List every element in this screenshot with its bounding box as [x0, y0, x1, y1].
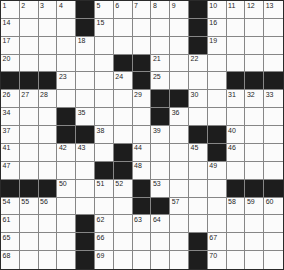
cell-r12c2[interactable]: 55 [20, 198, 39, 216]
cell-r4c2[interactable] [20, 55, 39, 73]
cell-r12c13[interactable]: 58 [227, 198, 246, 216]
cell-r10c9[interactable] [151, 162, 170, 180]
block-r11c1 [1, 180, 20, 198]
block-r5c13 [227, 72, 246, 90]
cell-r9c2[interactable] [20, 144, 39, 162]
block-r4c8 [133, 55, 152, 73]
cell-r15c1[interactable]: 68 [1, 251, 20, 269]
cell-r3c5[interactable]: 18 [76, 37, 95, 55]
cell-r10c10[interactable] [170, 162, 189, 180]
cell-r3c15[interactable] [264, 37, 283, 55]
cell-r6c15[interactable]: 33 [264, 90, 283, 108]
clue-number: 8 [153, 2, 157, 10]
clue-number: 37 [3, 127, 11, 135]
cell-r13c14[interactable] [245, 215, 264, 233]
clue-number: 6 [115, 2, 119, 10]
cell-r10c5[interactable] [76, 162, 95, 180]
cell-r9c9[interactable] [151, 144, 170, 162]
cell-r12c3[interactable]: 56 [39, 198, 58, 216]
clue-number: 29 [134, 91, 142, 99]
cell-r15c4[interactable] [57, 251, 76, 269]
cell-r7c11[interactable] [189, 108, 208, 126]
cell-r8c9[interactable]: 39 [151, 126, 170, 144]
clue-number: 35 [78, 109, 86, 117]
block-r8c12 [208, 126, 227, 144]
block-r1c11 [189, 1, 208, 19]
clue-number: 66 [96, 234, 104, 242]
block-r5c2 [20, 72, 39, 90]
cell-r8c14[interactable] [245, 126, 264, 144]
cell-r5c4[interactable]: 23 [57, 72, 76, 90]
block-r5c3 [39, 72, 58, 90]
cell-r13c1[interactable]: 61 [1, 215, 20, 233]
block-r3c11 [189, 37, 208, 55]
block-r8c11 [189, 126, 208, 144]
cell-r15c6[interactable]: 69 [95, 251, 114, 269]
cell-r3c7[interactable] [114, 37, 133, 55]
cell-r3c8[interactable] [133, 37, 152, 55]
cell-r7c12[interactable] [208, 108, 227, 126]
clue-number: 65 [3, 234, 11, 242]
cell-r9c3[interactable] [39, 144, 58, 162]
cell-r14c10[interactable] [170, 233, 189, 251]
block-r5c8 [133, 72, 152, 90]
cell-r2c2[interactable] [20, 19, 39, 37]
cell-r4c4[interactable] [57, 55, 76, 73]
cell-r14c12[interactable]: 67 [208, 233, 227, 251]
cell-r14c7[interactable] [114, 233, 133, 251]
cell-r11c5[interactable] [76, 180, 95, 198]
cell-r14c8[interactable] [133, 233, 152, 251]
cell-r1c4[interactable]: 4 [57, 1, 76, 19]
clue-number: 45 [190, 144, 198, 152]
block-r13c5 [76, 215, 95, 233]
block-r15c5 [76, 251, 95, 269]
cell-r12c15[interactable]: 60 [264, 198, 283, 216]
clue-number: 21 [153, 55, 161, 63]
clue-number: 52 [115, 180, 123, 188]
clue-number: 13 [266, 2, 274, 10]
block-r8c4 [57, 126, 76, 144]
cell-r6c14[interactable]: 32 [245, 90, 264, 108]
cell-r13c15[interactable] [264, 215, 283, 233]
block-r7c4 [57, 108, 76, 126]
clue-number: 54 [3, 198, 11, 206]
cell-r10c15[interactable] [264, 162, 283, 180]
clue-number: 49 [209, 162, 217, 170]
cell-r13c13[interactable] [227, 215, 246, 233]
cell-r10c12[interactable]: 49 [208, 162, 227, 180]
cell-r5c7[interactable]: 24 [114, 72, 133, 90]
cell-r10c4[interactable] [57, 162, 76, 180]
cell-r12c7[interactable] [114, 198, 133, 216]
clue-number: 58 [228, 198, 236, 206]
cell-r4c5[interactable] [76, 55, 95, 73]
cell-r14c13[interactable] [227, 233, 246, 251]
clue-number: 18 [78, 37, 86, 45]
clue-number: 40 [228, 127, 236, 135]
cell-r9c10[interactable] [170, 144, 189, 162]
cell-r8c3[interactable] [39, 126, 58, 144]
clue-number: 47 [3, 162, 11, 170]
cell-r4c15[interactable] [264, 55, 283, 73]
clue-number: 67 [209, 234, 217, 242]
cell-r6c6[interactable] [95, 90, 114, 108]
cell-r4c9[interactable]: 21 [151, 55, 170, 73]
block-r12c9 [151, 198, 170, 216]
cell-r7c2[interactable] [20, 108, 39, 126]
cell-r10c8[interactable]: 48 [133, 162, 152, 180]
clue-number: 62 [96, 216, 104, 224]
clue-number: 41 [3, 144, 11, 152]
cell-r3c10[interactable] [170, 37, 189, 55]
cell-r14c2[interactable] [20, 233, 39, 251]
cell-r6c3[interactable]: 28 [39, 90, 58, 108]
clue-number: 48 [134, 162, 142, 170]
cell-r14c15[interactable] [264, 233, 283, 251]
cell-r5c12[interactable] [208, 72, 227, 90]
clue-number: 14 [3, 19, 11, 27]
cell-r13c8[interactable]: 63 [133, 215, 152, 233]
cell-r8c7[interactable] [114, 126, 133, 144]
cell-r7c15[interactable] [264, 108, 283, 126]
cell-r6c11[interactable]: 30 [189, 90, 208, 108]
clue-number: 56 [40, 198, 48, 206]
cell-r15c8[interactable] [133, 251, 152, 269]
cell-r5c10[interactable] [170, 72, 189, 90]
cell-r14c1[interactable]: 65 [1, 233, 20, 251]
cell-r9c8[interactable]: 44 [133, 144, 152, 162]
clue-number: 50 [59, 180, 67, 188]
clue-number: 20 [3, 55, 11, 63]
cell-r11c7[interactable]: 52 [114, 180, 133, 198]
cell-r13c7[interactable] [114, 215, 133, 233]
cell-r12c1[interactable]: 54 [1, 198, 20, 216]
clue-number: 46 [228, 144, 236, 152]
block-r11c14 [245, 180, 264, 198]
cell-r7c10[interactable]: 36 [170, 108, 189, 126]
cell-r2c8[interactable] [133, 19, 152, 37]
cell-r6c4[interactable] [57, 90, 76, 108]
cell-r9c5[interactable]: 43 [76, 144, 95, 162]
cell-r2c7[interactable] [114, 19, 133, 37]
cell-r1c7[interactable]: 6 [114, 1, 133, 19]
cell-r11c6[interactable]: 51 [95, 180, 114, 198]
cell-r3c14[interactable] [245, 37, 264, 55]
clue-number: 11 [228, 2, 235, 10]
block-r11c13 [227, 180, 246, 198]
clue-number: 25 [153, 73, 161, 81]
cell-r4c1[interactable]: 20 [1, 55, 20, 73]
cell-r3c6[interactable] [95, 37, 114, 55]
cell-r3c13[interactable] [227, 37, 246, 55]
block-r5c1 [1, 72, 20, 90]
cell-r9c13[interactable]: 46 [227, 144, 246, 162]
cell-r8c1[interactable]: 37 [1, 126, 20, 144]
clue-number: 60 [266, 198, 274, 206]
cell-r1c14[interactable]: 12 [245, 1, 264, 19]
cell-r3c1[interactable]: 17 [1, 37, 20, 55]
cell-r12c11[interactable] [189, 198, 208, 216]
cell-r1c9[interactable]: 8 [151, 1, 170, 19]
cell-r2c9[interactable] [151, 19, 170, 37]
clue-number: 23 [59, 73, 67, 81]
cell-r8c10[interactable] [170, 126, 189, 144]
cell-r13c6[interactable]: 62 [95, 215, 114, 233]
cell-r1c3[interactable]: 3 [39, 1, 58, 19]
cell-r1c8[interactable]: 7 [133, 1, 152, 19]
cell-r3c4[interactable] [57, 37, 76, 55]
cell-r1c15[interactable]: 13 [264, 1, 283, 19]
block-r7c9 [151, 108, 170, 126]
clue-number: 9 [172, 2, 176, 10]
crossword-grid: 1234567891011121314151617181920212223242… [0, 0, 284, 270]
block-r5c15 [264, 72, 283, 90]
cell-r10c11[interactable] [189, 162, 208, 180]
cell-r6c2[interactable]: 27 [20, 90, 39, 108]
clue-number: 39 [153, 127, 161, 135]
cell-r4c11[interactable]: 22 [189, 55, 208, 73]
cell-r13c10[interactable] [170, 215, 189, 233]
block-r6c9 [151, 90, 170, 108]
block-r12c8 [133, 198, 152, 216]
cell-r12c10[interactable]: 57 [170, 198, 189, 216]
cell-r10c3[interactable] [39, 162, 58, 180]
cell-r4c13[interactable] [227, 55, 246, 73]
cell-r7c6[interactable] [95, 108, 114, 126]
cell-r6c5[interactable] [76, 90, 95, 108]
cell-r11c10[interactable] [170, 180, 189, 198]
cell-r12c14[interactable]: 59 [245, 198, 264, 216]
cell-r13c2[interactable] [20, 215, 39, 233]
clue-number: 33 [266, 91, 274, 99]
block-r14c11 [189, 233, 208, 251]
clue-number: 5 [96, 2, 100, 10]
block-r15c11 [189, 251, 208, 269]
cell-r5c5[interactable] [76, 72, 95, 90]
cell-r5c6[interactable] [95, 72, 114, 90]
clue-number: 34 [3, 109, 11, 117]
clue-number: 1 [3, 2, 7, 10]
cell-r1c6[interactable]: 5 [95, 1, 114, 19]
clue-number: 69 [96, 252, 104, 260]
block-r8c5 [76, 126, 95, 144]
cell-r1c1[interactable]: 1 [1, 1, 20, 19]
cell-r11c9[interactable]: 53 [151, 180, 170, 198]
cell-r15c12[interactable]: 70 [208, 251, 227, 269]
cell-r14c9[interactable] [151, 233, 170, 251]
cell-r4c3[interactable] [39, 55, 58, 73]
clue-number: 19 [209, 37, 217, 45]
cell-r8c15[interactable] [264, 126, 283, 144]
cell-r11c11[interactable] [189, 180, 208, 198]
cell-r7c3[interactable] [39, 108, 58, 126]
cell-r2c10[interactable] [170, 19, 189, 37]
cell-r8c2[interactable] [20, 126, 39, 144]
cell-r6c12[interactable] [208, 90, 227, 108]
cell-r14c4[interactable] [57, 233, 76, 251]
cell-r4c10[interactable] [170, 55, 189, 73]
cell-r2c14[interactable] [245, 19, 264, 37]
clue-number: 24 [115, 73, 123, 81]
clue-number: 15 [96, 19, 104, 27]
cell-r8c6[interactable]: 38 [95, 126, 114, 144]
block-r11c3 [39, 180, 58, 198]
cell-r13c12[interactable] [208, 215, 227, 233]
block-r4c7 [114, 55, 133, 73]
cell-r4c14[interactable] [245, 55, 264, 73]
cell-r10c13[interactable] [227, 162, 246, 180]
clue-number: 61 [3, 216, 11, 224]
clue-number: 16 [209, 19, 217, 27]
clue-number: 43 [78, 144, 86, 152]
clue-number: 26 [3, 91, 11, 99]
cell-r3c12[interactable]: 19 [208, 37, 227, 55]
cell-r7c8[interactable] [133, 108, 152, 126]
block-r2c11 [189, 19, 208, 37]
cell-r1c12[interactable]: 10 [208, 1, 227, 19]
cell-r14c3[interactable] [39, 233, 58, 251]
clue-number: 27 [21, 91, 29, 99]
clue-number: 63 [134, 216, 142, 224]
cell-r15c2[interactable] [20, 251, 39, 269]
clue-number: 12 [247, 2, 255, 10]
clue-number: 64 [153, 216, 161, 224]
clue-number: 70 [209, 252, 217, 260]
clue-number: 4 [59, 2, 63, 10]
cell-r13c3[interactable] [39, 215, 58, 233]
cell-r15c10[interactable] [170, 251, 189, 269]
cell-r11c4[interactable]: 50 [57, 180, 76, 198]
cell-r10c1[interactable]: 47 [1, 162, 20, 180]
cell-r3c2[interactable] [20, 37, 39, 55]
clue-number: 30 [190, 91, 198, 99]
cell-r10c2[interactable] [20, 162, 39, 180]
cell-r9c14[interactable] [245, 144, 264, 162]
block-r10c7 [114, 162, 133, 180]
cell-r7c1[interactable]: 34 [1, 108, 20, 126]
clue-number: 3 [40, 2, 44, 10]
cell-r4c6[interactable] [95, 55, 114, 73]
cell-r1c2[interactable]: 2 [20, 1, 39, 19]
cell-r15c14[interactable] [245, 251, 264, 269]
clue-number: 10 [209, 2, 217, 10]
block-r6c10 [170, 90, 189, 108]
cell-r2c13[interactable] [227, 19, 246, 37]
clue-number: 55 [21, 198, 29, 206]
block-r11c2 [20, 180, 39, 198]
block-r14c5 [76, 233, 95, 251]
clue-number: 22 [190, 55, 198, 63]
cell-r12c12[interactable] [208, 198, 227, 216]
cell-r12c6[interactable] [95, 198, 114, 216]
clue-number: 44 [134, 144, 142, 152]
cell-r8c8[interactable] [133, 126, 152, 144]
clue-number: 51 [96, 180, 104, 188]
cell-r12c4[interactable] [57, 198, 76, 216]
block-r11c8 [133, 180, 152, 198]
cell-r15c13[interactable] [227, 251, 246, 269]
cell-r6c1[interactable]: 26 [1, 90, 20, 108]
cell-r6c8[interactable]: 29 [133, 90, 152, 108]
block-r9c12 [208, 144, 227, 162]
cell-r3c9[interactable] [151, 37, 170, 55]
cell-r7c5[interactable]: 35 [76, 108, 95, 126]
cell-r7c7[interactable] [114, 108, 133, 126]
clue-number: 57 [172, 198, 180, 206]
cell-r3c3[interactable] [39, 37, 58, 55]
cell-r2c1[interactable]: 14 [1, 19, 20, 37]
clue-number: 53 [153, 180, 161, 188]
cell-r13c9[interactable]: 64 [151, 215, 170, 233]
cell-r15c15[interactable] [264, 251, 283, 269]
cell-r5c11[interactable] [189, 72, 208, 90]
cell-r15c7[interactable] [114, 251, 133, 269]
clue-number: 36 [172, 109, 180, 117]
cell-r6c13[interactable]: 31 [227, 90, 246, 108]
cell-r15c9[interactable] [151, 251, 170, 269]
cell-r9c4[interactable]: 42 [57, 144, 76, 162]
cell-r9c11[interactable]: 45 [189, 144, 208, 162]
clue-number: 59 [247, 198, 255, 206]
cell-r14c14[interactable] [245, 233, 264, 251]
cell-r6c7[interactable] [114, 90, 133, 108]
cell-r12c5[interactable] [76, 198, 95, 216]
cell-r9c1[interactable]: 41 [1, 144, 20, 162]
clue-number: 42 [59, 144, 67, 152]
cell-r7c13[interactable] [227, 108, 246, 126]
block-r9c7 [114, 144, 133, 162]
clue-number: 17 [3, 37, 11, 45]
cell-r9c6[interactable] [95, 144, 114, 162]
cell-r4c12[interactable] [208, 55, 227, 73]
clue-number: 7 [134, 2, 138, 10]
cell-r13c4[interactable] [57, 215, 76, 233]
cell-r2c4[interactable] [57, 19, 76, 37]
cell-r15c3[interactable] [39, 251, 58, 269]
block-r1c5 [76, 1, 95, 19]
cell-r1c13[interactable]: 11 [227, 1, 246, 19]
clue-number: 28 [40, 91, 48, 99]
cell-r7c14[interactable] [245, 108, 264, 126]
block-r11c15 [264, 180, 283, 198]
cell-r2c6[interactable]: 15 [95, 19, 114, 37]
cell-r2c15[interactable] [264, 19, 283, 37]
cell-r5c9[interactable]: 25 [151, 72, 170, 90]
block-r10c6 [95, 162, 114, 180]
cell-r10c14[interactable] [245, 162, 264, 180]
block-r5c14 [245, 72, 264, 90]
cell-r8c13[interactable]: 40 [227, 126, 246, 144]
cell-r14c6[interactable]: 66 [95, 233, 114, 251]
cell-r2c3[interactable] [39, 19, 58, 37]
clue-number: 2 [21, 2, 25, 10]
block-r2c5 [76, 19, 95, 37]
clue-number: 31 [228, 91, 236, 99]
cell-r13c11[interactable] [189, 215, 208, 233]
cell-r11c12[interactable] [208, 180, 227, 198]
cell-r2c12[interactable]: 16 [208, 19, 227, 37]
clue-number: 38 [96, 127, 104, 135]
clue-number: 68 [3, 252, 11, 260]
clue-number: 32 [247, 91, 255, 99]
cell-r9c15[interactable] [264, 144, 283, 162]
cell-r1c10[interactable]: 9 [170, 1, 189, 19]
